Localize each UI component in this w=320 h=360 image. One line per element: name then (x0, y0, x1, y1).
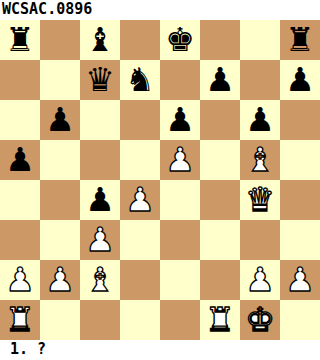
square-a6[interactable] (0, 100, 40, 140)
piece-black-knight: ♞ (125, 60, 155, 100)
square-f2[interactable] (200, 260, 240, 300)
square-d4[interactable]: ♟ (120, 180, 160, 220)
square-f4[interactable] (200, 180, 240, 220)
square-b4[interactable] (40, 180, 80, 220)
square-d7[interactable]: ♞ (120, 60, 160, 100)
piece-black-rook: ♜ (285, 20, 315, 60)
square-c7[interactable]: ♛ (80, 60, 120, 100)
square-a7[interactable] (0, 60, 40, 100)
square-c5[interactable] (80, 140, 120, 180)
square-b3[interactable] (40, 220, 80, 260)
square-e5[interactable]: ♟ (160, 140, 200, 180)
square-b6[interactable]: ♟ (40, 100, 80, 140)
piece-black-pawn: ♟ (245, 100, 275, 140)
square-g2[interactable]: ♟ (240, 260, 280, 300)
square-g5[interactable]: ♝ (240, 140, 280, 180)
square-h8[interactable]: ♜ (280, 20, 320, 60)
square-c2[interactable]: ♝ (80, 260, 120, 300)
square-a1[interactable]: ♜ (0, 300, 40, 340)
square-a2[interactable]: ♟ (0, 260, 40, 300)
square-h5[interactable] (280, 140, 320, 180)
piece-white-pawn: ♟ (125, 180, 155, 220)
square-f6[interactable] (200, 100, 240, 140)
square-f1[interactable]: ♜ (200, 300, 240, 340)
square-d6[interactable] (120, 100, 160, 140)
square-a3[interactable] (0, 220, 40, 260)
square-h2[interactable]: ♟ (280, 260, 320, 300)
square-c6[interactable] (80, 100, 120, 140)
square-e7[interactable] (160, 60, 200, 100)
square-e3[interactable] (160, 220, 200, 260)
square-b7[interactable] (40, 60, 80, 100)
piece-black-pawn: ♟ (45, 100, 75, 140)
square-f5[interactable] (200, 140, 240, 180)
piece-white-rook: ♜ (5, 300, 35, 340)
piece-white-bishop: ♝ (245, 140, 275, 180)
square-e6[interactable]: ♟ (160, 100, 200, 140)
square-g1[interactable]: ♚ (240, 300, 280, 340)
square-h1[interactable] (280, 300, 320, 340)
square-b2[interactable]: ♟ (40, 260, 80, 300)
piece-white-pawn: ♟ (45, 260, 75, 300)
piece-black-pawn: ♟ (165, 100, 195, 140)
square-a8[interactable]: ♜ (0, 20, 40, 60)
square-f3[interactable] (200, 220, 240, 260)
piece-black-pawn: ♟ (5, 140, 35, 180)
square-e4[interactable] (160, 180, 200, 220)
square-h6[interactable] (280, 100, 320, 140)
piece-white-pawn: ♟ (5, 260, 35, 300)
square-c8[interactable]: ♝ (80, 20, 120, 60)
square-c4[interactable]: ♟ (80, 180, 120, 220)
square-d8[interactable] (120, 20, 160, 60)
piece-white-bishop: ♝ (85, 260, 115, 300)
piece-white-pawn: ♟ (85, 220, 115, 260)
piece-black-pawn: ♟ (285, 60, 315, 100)
square-c3[interactable]: ♟ (80, 220, 120, 260)
square-e1[interactable] (160, 300, 200, 340)
chess-board: ♜♝♚♜♛♞♟♟♟♟♟♟♟♝♟♟♛♟♟♟♝♟♟♜♜♚ (0, 20, 320, 340)
piece-white-pawn: ♟ (165, 140, 195, 180)
piece-white-rook: ♜ (205, 300, 235, 340)
piece-white-king: ♚ (245, 300, 275, 340)
square-g6[interactable]: ♟ (240, 100, 280, 140)
piece-black-rook: ♜ (5, 20, 35, 60)
piece-black-pawn: ♟ (205, 60, 235, 100)
square-d2[interactable] (120, 260, 160, 300)
square-d1[interactable] (120, 300, 160, 340)
piece-white-pawn: ♟ (285, 260, 315, 300)
square-g7[interactable] (240, 60, 280, 100)
square-g8[interactable] (240, 20, 280, 60)
piece-white-queen: ♛ (245, 180, 275, 220)
square-g3[interactable] (240, 220, 280, 260)
square-e8[interactable]: ♚ (160, 20, 200, 60)
square-a5[interactable]: ♟ (0, 140, 40, 180)
piece-black-king: ♚ (165, 20, 195, 60)
square-f8[interactable] (200, 20, 240, 60)
square-b8[interactable] (40, 20, 80, 60)
square-g4[interactable]: ♛ (240, 180, 280, 220)
square-d5[interactable] (120, 140, 160, 180)
piece-white-pawn: ♟ (245, 260, 275, 300)
square-c1[interactable] (80, 300, 120, 340)
piece-black-queen: ♛ (85, 60, 115, 100)
square-b5[interactable] (40, 140, 80, 180)
square-h3[interactable] (280, 220, 320, 260)
puzzle-title: WCSAC.0896 (0, 0, 320, 20)
square-h4[interactable] (280, 180, 320, 220)
move-prompt: 1. ? (0, 340, 320, 360)
square-b1[interactable] (40, 300, 80, 340)
square-f7[interactable]: ♟ (200, 60, 240, 100)
square-h7[interactable]: ♟ (280, 60, 320, 100)
square-a4[interactable] (0, 180, 40, 220)
square-e2[interactable] (160, 260, 200, 300)
piece-black-bishop: ♝ (85, 20, 115, 60)
piece-black-pawn: ♟ (85, 180, 115, 220)
square-d3[interactable] (120, 220, 160, 260)
